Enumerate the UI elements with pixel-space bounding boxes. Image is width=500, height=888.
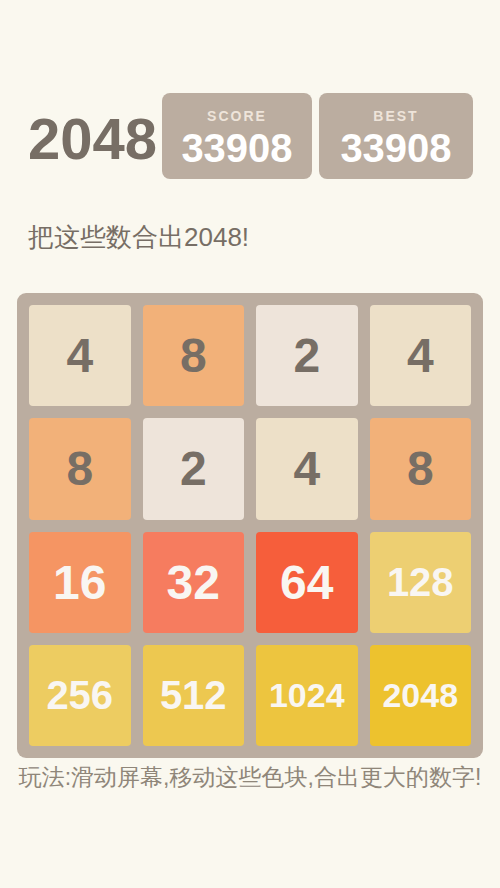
tile-256: 256: [29, 645, 131, 746]
score-label: SCORE: [162, 108, 312, 124]
tile-4: 4: [29, 305, 131, 406]
tile-4: 4: [256, 418, 358, 519]
tile-2: 2: [143, 418, 245, 519]
tile-8: 8: [143, 305, 245, 406]
tile-32: 32: [143, 532, 245, 633]
tile-2: 2: [256, 305, 358, 406]
best-value: 33908: [319, 127, 473, 169]
best-box: BEST 33908: [319, 93, 473, 179]
score-value: 33908: [162, 127, 312, 169]
tile-512: 512: [143, 645, 245, 746]
instructions-text: 玩法:滑动屏幕,移动这些色块,合出更大的数字!: [0, 762, 500, 793]
tile-2048: 2048: [370, 645, 472, 746]
tile-1024: 1024: [256, 645, 358, 746]
tile-8: 8: [370, 418, 472, 519]
tile-16: 16: [29, 532, 131, 633]
tile-128: 128: [370, 532, 472, 633]
game-title: 2048: [28, 110, 157, 168]
tile-4: 4: [370, 305, 472, 406]
goal-text: 把这些数合出2048!: [28, 220, 249, 255]
best-label: BEST: [319, 108, 473, 124]
tile-8: 8: [29, 418, 131, 519]
tile-64: 64: [256, 532, 358, 633]
score-box: SCORE 33908: [162, 93, 312, 179]
board-grid[interactable]: 4824824816326412825651210242048: [17, 293, 483, 758]
